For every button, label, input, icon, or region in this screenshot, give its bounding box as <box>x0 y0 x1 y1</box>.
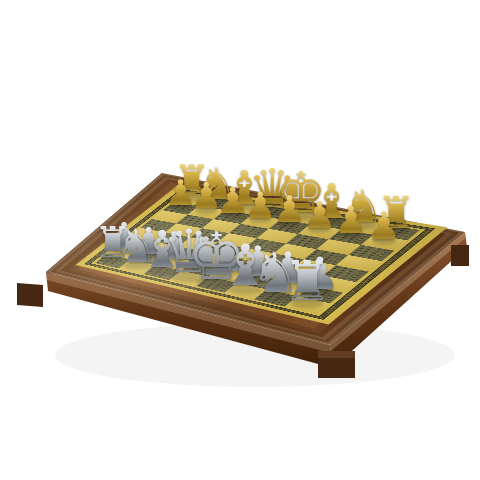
product-photo-stage: ♜♞♝♛♚♝♞♜♟♟♟♟♟♟♟♟♟♟♟♟♟♟♟♟♜♞♝♛♚♝♞♜ <box>0 0 480 480</box>
right-foot <box>451 245 469 266</box>
piece-black-pawn-h7[interactable]: ♟ <box>367 207 401 245</box>
left-foot <box>17 283 43 307</box>
near-foot-shade <box>318 351 355 358</box>
piece-black-pawn-g7[interactable]: ♟ <box>334 202 368 240</box>
piece-black-pawn-f7[interactable]: ♟ <box>303 197 336 234</box>
piece-white-rook-h1[interactable]: ♜ <box>283 254 332 309</box>
piece-black-pawn-e7[interactable]: ♟ <box>273 192 306 229</box>
